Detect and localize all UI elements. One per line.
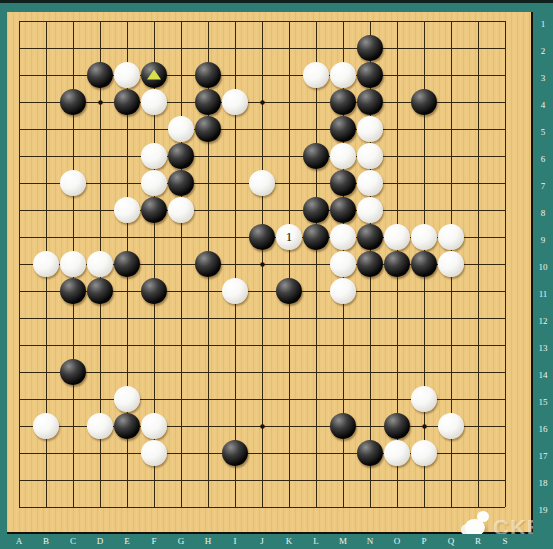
col-label-B: B: [38, 535, 54, 548]
stone-black-p4[interactable]: [411, 89, 437, 115]
stone-black-c14[interactable]: [60, 359, 86, 385]
stone-white-f4[interactable]: [141, 89, 167, 115]
stone-black-m7[interactable]: [330, 170, 356, 196]
stone-white-d16[interactable]: [87, 413, 113, 439]
col-label-K: K: [281, 535, 297, 548]
row-label-7: 7: [533, 180, 553, 192]
move-number-label: 1: [276, 224, 302, 250]
row-label-9: 9: [533, 234, 553, 246]
stone-white-l3[interactable]: [303, 62, 329, 88]
stone-black-l8[interactable]: [303, 197, 329, 223]
row-label-5: 5: [533, 126, 553, 138]
stone-black-d11[interactable]: [87, 278, 113, 304]
stone-white-e15[interactable]: [114, 386, 140, 412]
col-label-I: I: [227, 535, 243, 548]
stone-white-m10[interactable]: [330, 251, 356, 277]
stone-black-h5[interactable]: [195, 116, 221, 142]
stone-black-f8[interactable]: [141, 197, 167, 223]
col-label-C: C: [65, 535, 81, 548]
col-label-S: S: [497, 535, 513, 548]
stone-white-f17[interactable]: [141, 440, 167, 466]
stone-white-m3[interactable]: [330, 62, 356, 88]
stone-white-d10[interactable]: [87, 251, 113, 277]
stone-white-q9[interactable]: [438, 224, 464, 250]
col-label-R: R: [470, 535, 486, 548]
stone-black-o10[interactable]: [384, 251, 410, 277]
stone-black-k11[interactable]: [276, 278, 302, 304]
row-label-16: 16: [533, 423, 553, 435]
stone-white-i4[interactable]: [222, 89, 248, 115]
stone-white-j7[interactable]: [249, 170, 275, 196]
stone-black-n9[interactable]: [357, 224, 383, 250]
stone-white-m6[interactable]: [330, 143, 356, 169]
row-label-17: 17: [533, 450, 553, 462]
row-label-15: 15: [533, 396, 553, 408]
row-label-12: 12: [533, 315, 553, 327]
stone-black-n2[interactable]: [357, 35, 383, 61]
stone-white-f16[interactable]: [141, 413, 167, 439]
row-label-8: 8: [533, 207, 553, 219]
stone-black-f3[interactable]: [141, 62, 167, 88]
stone-white-g5[interactable]: [168, 116, 194, 142]
stone-white-n6[interactable]: [357, 143, 383, 169]
stone-black-m5[interactable]: [330, 116, 356, 142]
stone-white-c7[interactable]: [60, 170, 86, 196]
row-coordinate-strip: 12345678910111213141516171819: [533, 12, 553, 534]
column-coordinate-strip: ABCDEFGHIJKLMNOPQRS: [0, 534, 553, 549]
stone-white-p15[interactable]: [411, 386, 437, 412]
stone-black-n10[interactable]: [357, 251, 383, 277]
col-label-O: O: [389, 535, 405, 548]
col-label-D: D: [92, 535, 108, 548]
stone-black-c11[interactable]: [60, 278, 86, 304]
stone-black-f11[interactable]: [141, 278, 167, 304]
stone-black-d3[interactable]: [87, 62, 113, 88]
triangle-mark: [147, 69, 161, 79]
stone-black-e4[interactable]: [114, 89, 140, 115]
stone-white-p9[interactable]: [411, 224, 437, 250]
stone-white-b16[interactable]: [33, 413, 59, 439]
stone-white-q10[interactable]: [438, 251, 464, 277]
stone-black-n4[interactable]: [357, 89, 383, 115]
row-label-11: 11: [533, 288, 553, 300]
stone-white-g8[interactable]: [168, 197, 194, 223]
stone-black-j9[interactable]: [249, 224, 275, 250]
stone-black-p10[interactable]: [411, 251, 437, 277]
stone-white-n5[interactable]: [357, 116, 383, 142]
go-app-window: 1 CKBD 12345678910111213141516171819 ABC…: [0, 0, 553, 549]
col-label-M: M: [335, 535, 351, 548]
row-label-1: 1: [533, 18, 553, 30]
col-label-P: P: [416, 535, 432, 548]
row-label-13: 13: [533, 342, 553, 354]
stone-black-l9[interactable]: [303, 224, 329, 250]
row-label-18: 18: [533, 477, 553, 489]
row-label-4: 4: [533, 99, 553, 111]
row-label-3: 3: [533, 72, 553, 84]
col-label-E: E: [119, 535, 135, 548]
stone-white-p17[interactable]: [411, 440, 437, 466]
stone-white-o9[interactable]: [384, 224, 410, 250]
col-label-Q: Q: [443, 535, 459, 548]
col-label-G: G: [173, 535, 189, 548]
stone-black-h10[interactable]: [195, 251, 221, 277]
stone-white-q16[interactable]: [438, 413, 464, 439]
stone-white-f7[interactable]: [141, 170, 167, 196]
stone-black-c4[interactable]: [60, 89, 86, 115]
col-label-L: L: [308, 535, 324, 548]
col-label-J: J: [254, 535, 270, 548]
col-label-H: H: [200, 535, 216, 548]
row-label-6: 6: [533, 153, 553, 165]
stone-black-m8[interactable]: [330, 197, 356, 223]
stone-white-o17[interactable]: [384, 440, 410, 466]
stone-white-n8[interactable]: [357, 197, 383, 223]
stone-white-e8[interactable]: [114, 197, 140, 223]
stone-black-m16[interactable]: [330, 413, 356, 439]
row-label-14: 14: [533, 369, 553, 381]
stone-black-n17[interactable]: [357, 440, 383, 466]
stone-white-i11[interactable]: [222, 278, 248, 304]
stone-black-i17[interactable]: [222, 440, 248, 466]
stone-white-c10[interactable]: [60, 251, 86, 277]
col-label-F: F: [146, 535, 162, 548]
row-label-10: 10: [533, 261, 553, 273]
go-board[interactable]: 1 CKBD: [7, 12, 533, 534]
stone-black-o16[interactable]: [384, 413, 410, 439]
stone-white-e3[interactable]: [114, 62, 140, 88]
stone-black-h3[interactable]: [195, 62, 221, 88]
stone-black-e16[interactable]: [114, 413, 140, 439]
row-label-19: 19: [533, 504, 553, 516]
stone-black-e10[interactable]: [114, 251, 140, 277]
stone-black-g6[interactable]: [168, 143, 194, 169]
stone-white-m11[interactable]: [330, 278, 356, 304]
stone-white-f6[interactable]: [141, 143, 167, 169]
stone-black-l6[interactable]: [303, 143, 329, 169]
stone-black-g7[interactable]: [168, 170, 194, 196]
stone-black-n3[interactable]: [357, 62, 383, 88]
stone-white-n7[interactable]: [357, 170, 383, 196]
window-top-edge: [0, 0, 553, 3]
stone-black-m4[interactable]: [330, 89, 356, 115]
stone-white-k9[interactable]: 1: [276, 224, 302, 250]
col-label-N: N: [362, 535, 378, 548]
col-label-A: A: [11, 535, 27, 548]
stone-black-h4[interactable]: [195, 89, 221, 115]
stone-white-m9[interactable]: [330, 224, 356, 250]
row-label-2: 2: [533, 45, 553, 57]
stone-white-b10[interactable]: [33, 251, 59, 277]
